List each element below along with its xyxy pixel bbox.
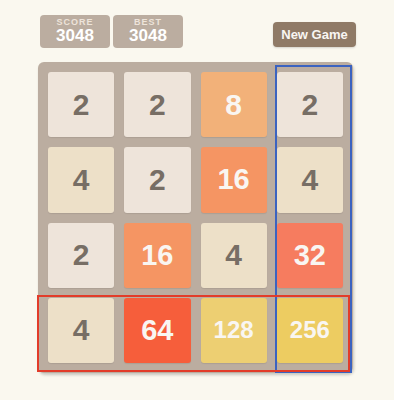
tile-r2c3: 16 [201,147,267,212]
score-value: 3048 [56,27,94,45]
tile-r3c1: 2 [48,223,114,288]
tile-r3c4: 32 [277,223,343,288]
tile-r3c3: 4 [201,223,267,288]
game-page: SCORE 3048 BEST 3048 New Game 2282421642… [0,0,394,400]
tile-r4c2: 64 [124,298,190,363]
new-game-button[interactable]: New Game [273,22,356,47]
tile-r3c2: 16 [124,223,190,288]
tile-r1c3: 8 [201,72,267,137]
tile-r1c2: 2 [124,72,190,137]
tile-r2c4: 4 [277,147,343,212]
board-grid[interactable]: 228242164216432464128256 [38,62,353,373]
score-box: SCORE 3048 [40,15,110,48]
tile-r4c1: 4 [48,298,114,363]
best-box: BEST 3048 [113,15,183,48]
tile-r1c1: 2 [48,72,114,137]
tile-r1c4: 2 [277,72,343,137]
tile-r4c3: 128 [201,298,267,363]
best-value: 3048 [129,27,167,45]
tile-r4c4: 256 [277,298,343,363]
tile-r2c2: 2 [124,147,190,212]
tile-r2c1: 4 [48,147,114,212]
